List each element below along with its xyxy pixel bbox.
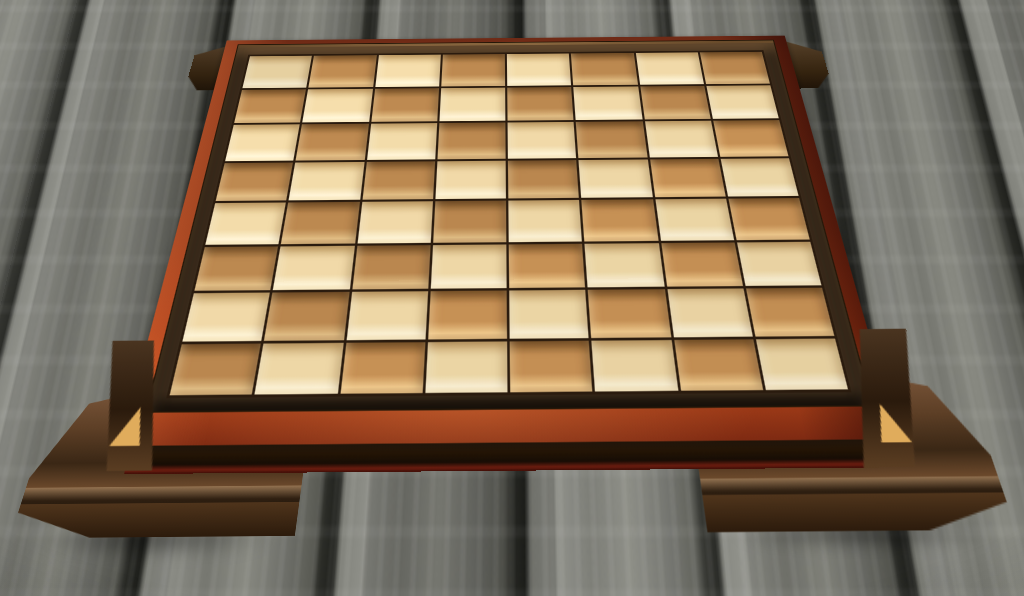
square-f8[interactable]: [571, 53, 637, 85]
maple-accent-right: [880, 403, 912, 442]
square-h8[interactable]: [700, 52, 770, 84]
foot-moulding: [21, 485, 302, 504]
square-f5[interactable]: [579, 159, 653, 198]
square-h6[interactable]: [713, 120, 788, 156]
maple-accent-top-right: [805, 37, 826, 45]
square-b2[interactable]: [264, 292, 349, 340]
square-d3[interactable]: [430, 244, 506, 289]
square-h2[interactable]: [746, 288, 834, 336]
square-f1[interactable]: [592, 339, 678, 391]
photo-scene: { "game": "chess", "scene_title": "Handm…: [0, 0, 1024, 596]
square-a1[interactable]: [170, 343, 262, 395]
square-g4[interactable]: [655, 199, 734, 241]
square-e7[interactable]: [507, 87, 574, 121]
square-g1[interactable]: [674, 339, 763, 391]
square-g7[interactable]: [640, 85, 711, 119]
square-g6[interactable]: [644, 121, 717, 157]
square-h3[interactable]: [737, 241, 822, 286]
square-h7[interactable]: [706, 85, 779, 119]
square-e1[interactable]: [510, 340, 593, 392]
square-b3[interactable]: [273, 245, 354, 290]
square-a8[interactable]: [242, 56, 312, 88]
square-g3[interactable]: [661, 242, 743, 287]
square-d7[interactable]: [439, 87, 505, 121]
square-e6[interactable]: [508, 122, 577, 158]
square-a3[interactable]: [194, 246, 278, 291]
square-a6[interactable]: [225, 124, 300, 160]
square-c8[interactable]: [375, 55, 441, 87]
walnut-frame: [145, 40, 873, 413]
square-c4[interactable]: [357, 201, 433, 243]
square-e3[interactable]: [509, 243, 586, 288]
square-c7[interactable]: [371, 88, 439, 122]
square-c2[interactable]: [346, 291, 428, 339]
square-a4[interactable]: [205, 202, 286, 244]
square-g8[interactable]: [635, 52, 703, 84]
corner-post-right: [860, 329, 915, 468]
square-h1[interactable]: [756, 338, 848, 390]
square-f3[interactable]: [585, 243, 664, 288]
square-d1[interactable]: [425, 341, 507, 393]
square-a7[interactable]: [234, 89, 306, 123]
square-e4[interactable]: [508, 200, 582, 242]
square-a5[interactable]: [216, 162, 294, 201]
square-g5[interactable]: [650, 158, 726, 197]
square-f2[interactable]: [588, 289, 671, 337]
square-c3[interactable]: [352, 245, 431, 290]
square-b6[interactable]: [296, 124, 369, 160]
square-d6[interactable]: [437, 122, 505, 158]
square-e5[interactable]: [508, 160, 579, 199]
square-b7[interactable]: [302, 88, 372, 122]
board-grid: [166, 50, 851, 398]
square-h4[interactable]: [728, 198, 809, 240]
square-d4[interactable]: [433, 201, 506, 243]
square-b8[interactable]: [309, 55, 377, 87]
square-h5[interactable]: [720, 158, 798, 197]
corner-post-left: [107, 341, 154, 472]
square-a2[interactable]: [183, 293, 271, 341]
square-e2[interactable]: [509, 290, 589, 338]
padauk-frame: [120, 36, 898, 446]
maple-accent-left: [109, 407, 141, 446]
square-g2[interactable]: [667, 288, 753, 336]
foot-moulding: [700, 476, 1003, 495]
square-e8[interactable]: [507, 53, 571, 85]
square-d8[interactable]: [441, 54, 505, 86]
square-d5[interactable]: [435, 160, 506, 199]
square-f6[interactable]: [576, 121, 647, 157]
square-c5[interactable]: [362, 161, 435, 200]
square-b4[interactable]: [281, 202, 359, 244]
square-b5[interactable]: [289, 161, 364, 200]
square-f4[interactable]: [582, 199, 658, 241]
square-c1[interactable]: [340, 341, 425, 393]
square-d2[interactable]: [428, 290, 507, 338]
board-area: [0, 0, 1024, 596]
square-f7[interactable]: [573, 86, 642, 120]
square-b1[interactable]: [255, 342, 343, 394]
square-c6[interactable]: [367, 123, 437, 159]
chessboard: [113, 36, 905, 471]
